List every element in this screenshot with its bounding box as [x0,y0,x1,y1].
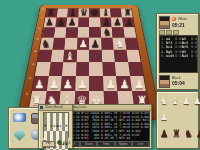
move-list[interactable]: 1.e40:02e50:012.Nf30:04Nc60:033.Bc40:06N… [159,35,198,73]
white-bishop-c4[interactable]: ♝ [63,50,76,62]
square-f3[interactable] [102,62,116,76]
white-clock: 05:21 [172,23,185,28]
chess-board-3d[interactable]: ♜♝♛♚♝♜♟♟♟♟♟♟♞♞♟♟♞♝♟♟♟♟♟♟♟♜♞♝♛♚♜ abcdefgh… [16,5,162,120]
flip-button[interactable]: Flip [42,141,55,147]
square-d2[interactable]: ♟ [75,76,89,91]
chessmaster-logo-icon [172,17,176,21]
square-c8[interactable]: ♝ [67,8,78,17]
column-header-line[interactable]: Line [132,141,149,146]
square-d8[interactable]: ♛ [78,8,89,17]
captured-black-p: ♟ [196,128,200,139]
thinking-console[interactable]: 13 +0.38 0:12 1482k 6.Bb5+ c6 7.dxc6 bxc… [62,111,150,147]
square-e8[interactable]: ♚ [89,8,100,17]
analysis-lines: 13 +0.38 0:12 1482k 6.Bb5+ c6 7.dxc6 bxc… [63,112,149,141]
option-black[interactable]: Black [57,140,70,145]
black-player-photo [159,75,170,88]
captured-black-row: ♟♜♞♟ [160,128,196,139]
square-h4[interactable] [126,49,141,62]
white-pawn-d2[interactable]: ♟ [75,78,89,91]
black-pawn-h7[interactable]: ♟ [123,17,134,27]
move-row[interactable]: 5.exd50:11Na50:10 [161,54,196,58]
square-h3[interactable] [128,62,143,76]
window-icon [40,106,43,109]
white-pawn-a2[interactable]: ♟ [32,78,46,91]
column-header-score[interactable]: Score [80,141,97,146]
captured-white-n: ♞ [160,96,168,106]
white-player-photo [159,16,170,29]
white-pawn-b2[interactable]: ♟ [46,78,60,91]
square-c3[interactable] [62,62,76,76]
square-h8[interactable]: ♜ [65,113,68,131]
board-squares[interactable]: ♜♝♛♚♝♜♟♟♟♟♟♟♞♞♟♟♞♝♟♟♟♟♟♟♟♜♞♝♛♚♜ [28,8,150,108]
black-pawn-c7[interactable]: ♟ [66,17,77,27]
captured-white-p: ♟ [160,112,168,122]
square-d6[interactable] [77,27,89,38]
white-pawn-f2[interactable]: ♟ [103,78,117,91]
game-status-window: White 05:21 1.e40:02e50:012.Nf30:04Nc60:… [156,13,199,90]
square-b3[interactable] [48,62,63,76]
captured-white-p: ♟ [193,96,200,106]
analysis-column-headers[interactable]: DepthScoreTimeNodesLine [63,141,149,146]
square-d7[interactable] [78,18,89,28]
square-e2[interactable] [89,76,103,91]
square-c5[interactable] [64,38,77,50]
square-f7[interactable]: ♟ [100,18,112,28]
black-pawn-a7[interactable]: ♟ [44,17,55,27]
square-f5[interactable] [101,38,114,50]
black-king-e8[interactable]: ♚ [89,8,100,18]
mini-board-grid[interactable]: ♜♝♛♚♝♜♟♟♟♟♟♟♞♞♟♟♞♝♟♟♟♟♟♟♟♜♞♝♛♚♜ [43,112,69,138]
gem-icon[interactable] [13,128,26,141]
black-rook-h8[interactable]: ♜ [122,8,133,18]
black-rook-h8: ♜ [65,124,68,128]
captured-black-r: ♜ [172,128,181,139]
black-rook-a8[interactable]: ♜ [45,8,56,18]
square-e6[interactable] [89,27,101,38]
square-h6[interactable] [65,149,68,150]
black-pawn-b7[interactable]: ♟ [55,17,66,27]
square-h7[interactable]: ♟ [122,18,135,28]
captured-black-n: ♞ [184,128,193,139]
square-f6[interactable]: ♞ [100,27,112,38]
square-e4[interactable] [89,49,102,62]
white-player-name: White [178,17,187,21]
black-knight-a5[interactable]: ♞ [40,38,52,49]
mini-board-window: Chess Board ♜♝♛♚♝♜♟♟♟♟♟♟♞♞♟♟♞♝♟♟♟♟♟♟♟♜♞♝… [38,104,73,149]
square-b4[interactable] [50,49,64,62]
square-b5[interactable] [52,38,65,50]
square-b6[interactable] [54,27,67,38]
column-header-nodes[interactable]: Nodes [115,141,132,146]
captured-white-b: ♝ [171,96,179,106]
board-3d-wrap: ♜♝♛♚♝♜♟♟♟♟♟♟♞♞♟♟♞♝♟♟♟♟♟♟♟♜♞♝♛♚♜ abcdefgh… [16,0,162,120]
mini-board-title: Chess Board [45,106,62,109]
black-clock: 05:04 [172,81,185,86]
square-f4[interactable] [101,49,114,62]
column-header-time[interactable]: Time [97,141,114,146]
square-h8[interactable]: ♜ [120,8,132,17]
square-c6[interactable] [65,27,77,38]
captured-white-extra: ♟ [160,112,196,122]
square-c2[interactable]: ♟ [61,76,76,91]
black-bishop-c8[interactable]: ♝ [67,8,78,18]
square-d4[interactable] [76,49,89,62]
white-pawn-h2[interactable]: ♟ [132,78,146,91]
captured-pieces-window: ♞♝♟♟ ♟ ♟♜♞♟ [156,91,199,149]
square-d5[interactable]: ♟ [77,38,89,50]
thinking-window: Thinking Lines 13 +0.38 0:12 1482k 6.Bb5… [60,104,152,149]
square-h5[interactable] [124,38,138,50]
square-b2[interactable]: ♟ [46,76,62,91]
black-queen-d8[interactable]: ♛ [78,8,89,18]
cd-icon[interactable] [13,113,26,122]
square-c7[interactable]: ♟ [66,18,78,28]
captured-black-p: ♟ [160,128,169,139]
captured-white-row: ♞♝♟♟ [160,96,196,106]
white-pawn-c2[interactable]: ♟ [61,78,75,91]
square-f2[interactable]: ♟ [103,76,118,91]
square-h6[interactable] [123,27,136,38]
mini-board-titlebar[interactable]: Chess Board [39,105,72,111]
square-e3[interactable] [89,62,103,76]
status-toolbar[interactable] [159,30,179,34]
square-d3[interactable] [75,62,89,76]
captured-white-p: ♟ [182,96,190,106]
square-c4[interactable]: ♝ [63,49,76,62]
black-pawn-e5[interactable]: ♟ [89,38,101,49]
square-f8[interactable]: ♝ [99,8,110,17]
square-h2[interactable]: ♟ [130,76,146,91]
white-pawn-d5[interactable]: ♟ [77,38,89,49]
white-pawn-g2[interactable]: ♟ [117,78,131,91]
square-e5[interactable]: ♟ [89,38,101,50]
square-e7[interactable] [89,18,100,28]
